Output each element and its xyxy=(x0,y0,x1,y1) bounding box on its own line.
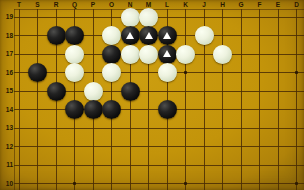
row-label-12: 12 xyxy=(1,143,13,151)
stone-black-Q18 xyxy=(65,26,84,45)
row-label-15: 15 xyxy=(1,87,13,95)
stone-black-L18 xyxy=(158,26,177,45)
stone-white-N19 xyxy=(121,8,140,27)
stone-white-O18 xyxy=(102,26,121,45)
col-label-R: R xyxy=(54,1,59,9)
row-label-13: 13 xyxy=(1,124,13,132)
star-point-K16 xyxy=(184,71,187,74)
col-label-F: F xyxy=(258,1,262,9)
stone-white-M17 xyxy=(139,45,158,64)
stone-black-R15 xyxy=(47,82,66,101)
grid-line-row-11 xyxy=(14,165,304,166)
col-label-E: E xyxy=(276,1,280,9)
stone-white-J18 xyxy=(195,26,214,45)
stone-black-O14 xyxy=(102,100,121,119)
row-label-17: 17 xyxy=(1,50,13,58)
col-label-P: P xyxy=(91,1,95,9)
star-point-D16 xyxy=(295,71,298,74)
stone-black-L14 xyxy=(158,100,177,119)
stone-black-M18 xyxy=(139,26,158,45)
stone-white-Q16 xyxy=(65,63,84,82)
row-label-16: 16 xyxy=(1,69,13,77)
row-label-11: 11 xyxy=(1,161,13,169)
col-label-Q: Q xyxy=(72,1,77,9)
stone-white-H17 xyxy=(213,45,232,64)
col-label-S: S xyxy=(35,1,39,9)
stone-black-L17 xyxy=(158,45,177,64)
go-board[interactable]: TSRQPONMLKJHGFED19181716151413121110 xyxy=(0,0,304,190)
stone-black-S16 xyxy=(28,63,47,82)
grid-line-row-10 xyxy=(14,183,304,184)
col-label-O: O xyxy=(109,1,114,9)
col-label-K: K xyxy=(183,1,188,9)
star-point-K10 xyxy=(184,182,187,185)
stone-white-Q17 xyxy=(65,45,84,64)
col-label-L: L xyxy=(165,1,169,9)
grid-line-row-13 xyxy=(14,128,304,129)
triangle-mark-N18 xyxy=(126,32,134,39)
stone-black-N15 xyxy=(121,82,140,101)
stone-black-N18 xyxy=(121,26,140,45)
stone-black-P14 xyxy=(84,100,103,119)
col-label-J: J xyxy=(202,1,206,9)
row-label-18: 18 xyxy=(1,32,13,40)
grid-line-row-19 xyxy=(14,17,304,18)
stone-white-M19 xyxy=(139,8,158,27)
row-label-19: 19 xyxy=(1,13,13,21)
row-label-10: 10 xyxy=(1,180,13,188)
stone-black-O17 xyxy=(102,45,121,64)
triangle-mark-M18 xyxy=(145,32,153,39)
star-point-Q10 xyxy=(73,182,76,185)
col-label-T: T xyxy=(17,1,21,9)
col-label-D: D xyxy=(294,1,299,9)
star-point-D10 xyxy=(295,182,298,185)
grid-line-row-12 xyxy=(14,146,304,147)
stone-black-Q14 xyxy=(65,100,84,119)
stone-white-O16 xyxy=(102,63,121,82)
row-label-14: 14 xyxy=(1,106,13,114)
stone-black-R18 xyxy=(47,26,66,45)
stone-white-K17 xyxy=(176,45,195,64)
stone-white-N17 xyxy=(121,45,140,64)
col-label-H: H xyxy=(220,1,225,9)
stone-white-P15 xyxy=(84,82,103,101)
stone-white-L16 xyxy=(158,63,177,82)
triangle-mark-L17 xyxy=(163,50,171,57)
triangle-mark-L18 xyxy=(163,32,171,39)
col-label-G: G xyxy=(238,1,243,9)
